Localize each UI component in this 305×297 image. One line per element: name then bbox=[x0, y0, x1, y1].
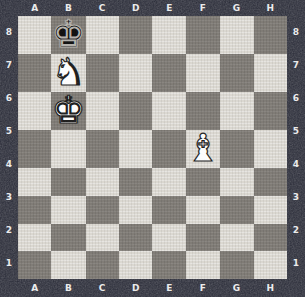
square-e4[interactable] bbox=[152, 168, 185, 196]
square-a5[interactable] bbox=[18, 130, 51, 168]
file-label-e: E bbox=[153, 0, 187, 16]
square-a7[interactable] bbox=[18, 54, 51, 92]
square-h2[interactable] bbox=[254, 224, 287, 252]
square-d1[interactable] bbox=[119, 251, 152, 279]
rank-label-2: 2 bbox=[287, 213, 305, 246]
file-label-h: H bbox=[253, 0, 287, 16]
file-label-h: H bbox=[253, 279, 287, 297]
rank-label-6: 6 bbox=[0, 82, 18, 115]
board-grid: ♚♞♚♝ bbox=[18, 16, 287, 279]
square-f1[interactable] bbox=[186, 251, 220, 279]
file-label-f: F bbox=[186, 0, 220, 16]
square-h4[interactable] bbox=[254, 168, 287, 196]
square-g8[interactable] bbox=[220, 16, 253, 54]
square-d4[interactable] bbox=[119, 168, 152, 196]
square-b4[interactable] bbox=[51, 168, 85, 196]
square-c4[interactable] bbox=[86, 168, 119, 196]
rank-label-6: 6 bbox=[287, 82, 305, 115]
square-c6[interactable] bbox=[86, 92, 119, 130]
file-labels-bottom: ABCDEFGH bbox=[18, 279, 287, 297]
square-d3[interactable] bbox=[119, 196, 152, 224]
square-c8[interactable] bbox=[86, 16, 119, 54]
square-h1[interactable] bbox=[254, 251, 287, 279]
rank-label-4: 4 bbox=[0, 148, 18, 181]
square-c7[interactable] bbox=[86, 54, 119, 92]
square-e8[interactable] bbox=[152, 16, 185, 54]
square-b2[interactable] bbox=[51, 224, 85, 252]
square-e5[interactable] bbox=[152, 130, 185, 168]
square-d2[interactable] bbox=[119, 224, 152, 252]
square-f8[interactable] bbox=[186, 16, 220, 54]
square-g6[interactable] bbox=[220, 92, 253, 130]
square-h6[interactable] bbox=[254, 92, 287, 130]
rank-label-3: 3 bbox=[0, 180, 18, 213]
square-e7[interactable] bbox=[152, 54, 185, 92]
rank-label-7: 7 bbox=[287, 49, 305, 82]
square-a4[interactable] bbox=[18, 168, 51, 196]
square-g7[interactable] bbox=[220, 54, 253, 92]
square-e1[interactable] bbox=[152, 251, 185, 279]
square-b7[interactable]: ♞ bbox=[51, 54, 85, 92]
square-f2[interactable] bbox=[186, 224, 220, 252]
rank-label-5: 5 bbox=[287, 115, 305, 148]
square-g1[interactable] bbox=[220, 251, 253, 279]
square-d5[interactable] bbox=[119, 130, 152, 168]
square-b5[interactable] bbox=[51, 130, 85, 168]
square-a8[interactable] bbox=[18, 16, 51, 54]
square-d6[interactable] bbox=[119, 92, 152, 130]
rank-label-8: 8 bbox=[0, 16, 18, 49]
square-c3[interactable] bbox=[86, 196, 119, 224]
rank-labels-left: 87654321 bbox=[0, 16, 18, 279]
rank-label-2: 2 bbox=[0, 213, 18, 246]
black-king[interactable]: ♚ bbox=[51, 15, 85, 53]
square-f3[interactable] bbox=[186, 196, 220, 224]
square-f6[interactable] bbox=[186, 92, 220, 130]
square-d8[interactable] bbox=[119, 16, 152, 54]
file-label-d: D bbox=[119, 279, 153, 297]
square-b8[interactable]: ♚ bbox=[51, 16, 85, 54]
square-e6[interactable] bbox=[152, 92, 185, 130]
rank-label-4: 4 bbox=[287, 148, 305, 181]
square-b3[interactable] bbox=[51, 196, 85, 224]
square-h3[interactable] bbox=[254, 196, 287, 224]
file-label-g: G bbox=[220, 0, 254, 16]
square-a1[interactable] bbox=[18, 251, 51, 279]
square-f7[interactable] bbox=[186, 54, 220, 92]
file-label-c: C bbox=[85, 0, 119, 16]
file-label-a: A bbox=[18, 0, 52, 16]
square-a3[interactable] bbox=[18, 196, 51, 224]
white-knight[interactable]: ♞ bbox=[51, 53, 85, 91]
square-a6[interactable] bbox=[18, 92, 51, 130]
square-d7[interactable] bbox=[119, 54, 152, 92]
white-bishop[interactable]: ♝ bbox=[186, 129, 220, 167]
square-f5[interactable]: ♝ bbox=[186, 130, 220, 168]
square-b6[interactable]: ♚ bbox=[51, 92, 85, 130]
square-h5[interactable] bbox=[254, 130, 287, 168]
square-e2[interactable] bbox=[152, 224, 185, 252]
square-c5[interactable] bbox=[86, 130, 119, 168]
file-label-g: G bbox=[220, 279, 254, 297]
rank-label-1: 1 bbox=[287, 246, 305, 279]
file-label-a: A bbox=[18, 279, 52, 297]
square-g5[interactable] bbox=[220, 130, 253, 168]
rank-label-3: 3 bbox=[287, 180, 305, 213]
rank-labels-right: 87654321 bbox=[287, 16, 305, 279]
file-label-b: B bbox=[52, 279, 86, 297]
square-e3[interactable] bbox=[152, 196, 185, 224]
square-g3[interactable] bbox=[220, 196, 253, 224]
square-f4[interactable] bbox=[186, 168, 220, 196]
square-a2[interactable] bbox=[18, 224, 51, 252]
rank-label-7: 7 bbox=[0, 49, 18, 82]
file-label-f: F bbox=[186, 279, 220, 297]
square-g2[interactable] bbox=[220, 224, 253, 252]
square-g4[interactable] bbox=[220, 168, 253, 196]
rank-label-1: 1 bbox=[0, 246, 18, 279]
file-label-c: C bbox=[85, 279, 119, 297]
square-h8[interactable] bbox=[254, 16, 287, 54]
white-king[interactable]: ♚ bbox=[51, 91, 85, 129]
file-label-e: E bbox=[153, 279, 187, 297]
square-c2[interactable] bbox=[86, 224, 119, 252]
square-c1[interactable] bbox=[86, 251, 119, 279]
rank-label-5: 5 bbox=[0, 115, 18, 148]
square-h7[interactable] bbox=[254, 54, 287, 92]
file-label-d: D bbox=[119, 0, 153, 16]
rank-label-8: 8 bbox=[287, 16, 305, 49]
chessboard: ABCDEFGH ABCDEFGH 87654321 87654321 ♚♞♚♝ bbox=[0, 0, 305, 297]
square-b1[interactable] bbox=[51, 251, 85, 279]
